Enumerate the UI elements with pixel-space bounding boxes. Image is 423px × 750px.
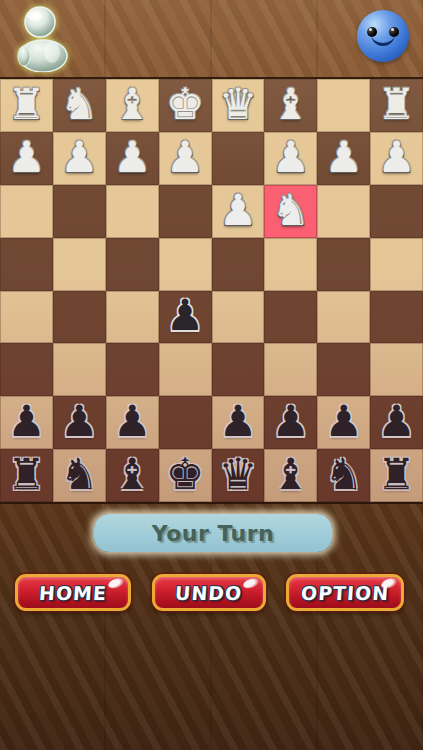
black-pawn-f7[interactable]: ♟ [113, 400, 152, 443]
black-pawn-b7[interactable]: ♟ [324, 400, 363, 443]
black-knight-g8[interactable]: ♞ [60, 453, 99, 496]
square-c6[interactable] [264, 343, 317, 396]
square-c8[interactable]: ♝ [264, 449, 317, 502]
turn-status-banner: Your Turn [94, 514, 332, 552]
square-b1[interactable] [317, 79, 370, 132]
home-button-label: HOME [38, 582, 107, 604]
square-f4[interactable] [106, 238, 159, 291]
square-f8[interactable]: ♝ [106, 449, 159, 502]
square-a3[interactable] [370, 185, 423, 238]
square-h5[interactable] [0, 291, 53, 344]
button-shine [242, 577, 260, 591]
turn-status-text: Your Turn [152, 521, 274, 546]
square-g2[interactable]: ♟ [53, 132, 106, 185]
square-e3[interactable] [159, 185, 212, 238]
square-f2[interactable]: ♟ [106, 132, 159, 185]
square-a1[interactable]: ♜ [370, 79, 423, 132]
square-e2[interactable]: ♟ [159, 132, 212, 185]
square-g1[interactable]: ♞ [53, 79, 106, 132]
white-pawn-f2[interactable]: ♟ [113, 136, 152, 179]
square-c2[interactable]: ♟ [264, 132, 317, 185]
white-bishop-c1[interactable]: ♝ [272, 83, 311, 126]
undo-button[interactable]: UNDO [152, 574, 266, 611]
opponent-smiley-icon[interactable] [357, 10, 409, 62]
square-c5[interactable] [264, 291, 317, 344]
player-avatar-icon[interactable] [16, 4, 72, 72]
smiley-mouth [371, 32, 395, 46]
black-king-e8[interactable]: ♚ [166, 453, 205, 496]
square-d7[interactable]: ♟ [212, 396, 265, 449]
square-h2[interactable]: ♟ [0, 132, 53, 185]
option-button-label: OPTION [300, 582, 390, 604]
square-f7[interactable]: ♟ [106, 396, 159, 449]
white-knight-g1[interactable]: ♞ [60, 83, 99, 126]
square-b5[interactable] [317, 291, 370, 344]
square-d5[interactable] [212, 291, 265, 344]
white-rook-h1[interactable]: ♜ [7, 83, 46, 126]
square-f3[interactable] [106, 185, 159, 238]
black-knight-b8[interactable]: ♞ [324, 453, 363, 496]
black-pawn-e5[interactable]: ♟ [166, 294, 205, 337]
square-h8[interactable]: ♜ [0, 449, 53, 502]
white-pawn-e2[interactable]: ♟ [166, 136, 205, 179]
board-grid: ♜♞♝♚♛♝♜♟♟♟♟♟♟♟♟♞♟♟♟♟♟♟♟♟♜♞♝♚♛♝♞♜ [0, 79, 423, 502]
square-f5[interactable] [106, 291, 159, 344]
white-rook-a1[interactable]: ♜ [377, 83, 416, 126]
square-b4[interactable] [317, 238, 370, 291]
square-g6[interactable] [53, 343, 106, 396]
header-bar [0, 0, 423, 77]
action-button-row: HOME UNDO OPTION [0, 574, 423, 612]
square-g3[interactable] [53, 185, 106, 238]
white-pawn-d3[interactable]: ♟ [219, 189, 258, 232]
square-a2[interactable]: ♟ [370, 132, 423, 185]
square-g4[interactable] [53, 238, 106, 291]
white-pawn-c2[interactable]: ♟ [272, 136, 311, 179]
black-rook-h8[interactable]: ♜ [7, 453, 46, 496]
white-pawn-b2[interactable]: ♟ [324, 136, 363, 179]
square-d8[interactable]: ♛ [212, 449, 265, 502]
square-a6[interactable] [370, 343, 423, 396]
square-h7[interactable]: ♟ [0, 396, 53, 449]
square-d4[interactable] [212, 238, 265, 291]
square-a5[interactable] [370, 291, 423, 344]
square-e7[interactable] [159, 396, 212, 449]
white-pawn-a2[interactable]: ♟ [377, 136, 416, 179]
black-pawn-g7[interactable]: ♟ [60, 400, 99, 443]
square-f1[interactable]: ♝ [106, 79, 159, 132]
square-h4[interactable] [0, 238, 53, 291]
square-b8[interactable]: ♞ [317, 449, 370, 502]
square-c7[interactable]: ♟ [264, 396, 317, 449]
square-g7[interactable]: ♟ [53, 396, 106, 449]
undo-button-label: UNDO [175, 582, 244, 604]
square-g5[interactable] [53, 291, 106, 344]
square-h1[interactable]: ♜ [0, 79, 53, 132]
square-e4[interactable] [159, 238, 212, 291]
square-a7[interactable]: ♟ [370, 396, 423, 449]
square-f6[interactable] [106, 343, 159, 396]
square-a8[interactable]: ♜ [370, 449, 423, 502]
square-h3[interactable] [0, 185, 53, 238]
square-a4[interactable] [370, 238, 423, 291]
square-d2[interactable] [212, 132, 265, 185]
white-queen-d1[interactable]: ♛ [219, 83, 258, 126]
square-b3[interactable] [317, 185, 370, 238]
black-bishop-f8[interactable]: ♝ [113, 453, 152, 496]
black-pawn-d7[interactable]: ♟ [219, 400, 258, 443]
square-e8[interactable]: ♚ [159, 449, 212, 502]
square-c1[interactable]: ♝ [264, 79, 317, 132]
white-pawn-h2[interactable]: ♟ [7, 136, 46, 179]
square-b7[interactable]: ♟ [317, 396, 370, 449]
white-knight-c3[interactable]: ♞ [272, 189, 311, 232]
square-d3[interactable]: ♟ [212, 185, 265, 238]
square-b6[interactable] [317, 343, 370, 396]
black-queen-d8[interactable]: ♛ [219, 453, 258, 496]
square-e1[interactable]: ♚ [159, 79, 212, 132]
square-b2[interactable]: ♟ [317, 132, 370, 185]
square-c4[interactable] [264, 238, 317, 291]
black-pawn-h7[interactable]: ♟ [7, 400, 46, 443]
button-shine [380, 577, 398, 591]
option-button[interactable]: OPTION [286, 574, 404, 611]
white-king-e1[interactable]: ♚ [166, 83, 205, 126]
white-bishop-f1[interactable]: ♝ [113, 83, 152, 126]
square-e6[interactable] [159, 343, 212, 396]
square-g8[interactable]: ♞ [53, 449, 106, 502]
square-c3[interactable]: ♞ [264, 185, 317, 238]
black-pawn-a7[interactable]: ♟ [377, 400, 416, 443]
square-d6[interactable] [212, 343, 265, 396]
square-h6[interactable] [0, 343, 53, 396]
home-button[interactable]: HOME [15, 574, 131, 611]
black-rook-a8[interactable]: ♜ [377, 453, 416, 496]
black-bishop-c8[interactable]: ♝ [272, 453, 311, 496]
square-d1[interactable]: ♛ [212, 79, 265, 132]
button-shine [107, 577, 125, 591]
square-e5[interactable]: ♟ [159, 291, 212, 344]
chess-app-screen: ♜♞♝♚♛♝♜♟♟♟♟♟♟♟♟♞♟♟♟♟♟♟♟♟♜♞♝♚♛♝♞♜ Your Tu… [0, 0, 423, 750]
black-pawn-c7[interactable]: ♟ [272, 400, 311, 443]
white-pawn-g2[interactable]: ♟ [60, 136, 99, 179]
chess-board: ♜♞♝♚♛♝♜♟♟♟♟♟♟♟♟♞♟♟♟♟♟♟♟♟♜♞♝♚♛♝♞♜ [0, 77, 423, 504]
